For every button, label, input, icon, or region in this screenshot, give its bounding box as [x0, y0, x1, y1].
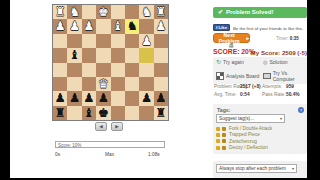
white-king-piece[interactable]: ♚ [98, 5, 109, 19]
solution-icon: ◎ [263, 60, 267, 65]
square-d2[interactable]: ♝ [111, 19, 125, 33]
tag-row: Decoy / Deflection [216, 145, 306, 150]
pass-rate-value: 50.4% [286, 92, 300, 97]
square-g2[interactable]: ♟ [67, 19, 81, 33]
letterbox-right [307, 0, 320, 180]
black-bishop-piece[interactable]: ♝ [84, 106, 95, 120]
square-b7[interactable]: ♟ [139, 91, 153, 105]
action-try-vs-computer[interactable]: Try Vs. Computer [263, 70, 310, 82]
black-pawn-piece[interactable]: ♟ [69, 91, 80, 105]
black-pawn-piece[interactable]: ♟ [141, 91, 152, 105]
square-c4[interactable] [125, 48, 139, 62]
help-icon[interactable]: ? [298, 107, 304, 113]
my-score-value: 2509 (-5) [282, 49, 307, 56]
score-label: SCORE: [213, 48, 239, 55]
square-h2[interactable]: ♟ [53, 19, 67, 33]
white-rook-piece[interactable]: ♜ [156, 5, 167, 19]
square-e8[interactable]: ♚ [96, 106, 110, 120]
thumb-up-icon[interactable] [216, 133, 220, 137]
thumb-down-icon[interactable] [222, 139, 226, 143]
attempts-value: 959 [286, 84, 294, 89]
timer-label: Timer: [276, 36, 289, 41]
thumb-up-icon[interactable] [216, 146, 220, 150]
slider-mid-label: Max [105, 152, 114, 157]
tag-label: Trapped Piece [229, 132, 260, 137]
action-label: Try again [223, 59, 244, 65]
banner-text: Problem Solved! [226, 9, 273, 15]
square-d4[interactable] [111, 48, 125, 62]
square-e2[interactable] [96, 19, 110, 33]
square-a3[interactable] [154, 34, 168, 48]
square-h3[interactable] [53, 34, 67, 48]
computer-icon [263, 73, 271, 80]
white-pawn-piece[interactable]: ♟ [69, 19, 80, 33]
square-g8[interactable] [67, 106, 81, 120]
my-score-label: My Score: [251, 49, 281, 56]
stop-mode-dropdown[interactable]: Always stop after each problem ▾ [216, 164, 297, 173]
check-icon: ✔ [218, 9, 223, 15]
square-c8[interactable] [125, 106, 139, 120]
action-label: Try Vs. Computer [273, 70, 310, 82]
my-score: My Score: 2509 (-5) [251, 49, 307, 56]
black-knight-piece[interactable]: ♞ [127, 19, 138, 33]
black-king-piece[interactable]: ♚ [98, 106, 109, 120]
letterbox-bottom [0, 178, 320, 180]
black-pawn-piece[interactable]: ♟ [55, 91, 66, 105]
square-f6[interactable] [82, 77, 96, 91]
square-d6[interactable] [111, 77, 125, 91]
square-d8[interactable] [111, 106, 125, 120]
chevron-down-icon: ▾ [292, 166, 294, 171]
white-pawn-piece[interactable]: ♟ [84, 19, 95, 33]
square-f7[interactable]: ♟ [82, 91, 96, 105]
thumb-down-icon[interactable] [222, 133, 226, 137]
square-e5[interactable] [96, 63, 110, 77]
square-d7[interactable] [111, 91, 125, 105]
black-pawn-piece[interactable]: ♟ [156, 91, 167, 105]
square-h6[interactable] [53, 77, 67, 91]
score-slider-label: Score: 10% [58, 143, 81, 148]
problem-score: SCORE: 20% [213, 48, 255, 55]
facebook-caption: Be the first of your friends to like thi… [233, 26, 303, 31]
black-pawn-piece[interactable]: ♟ [98, 91, 109, 105]
action-menu: ↻Try again◎SolutionAnalysis BoardTry Vs.… [213, 57, 307, 84]
square-d3[interactable] [111, 34, 125, 48]
square-c2[interactable]: ♞ [125, 19, 139, 33]
square-a1[interactable]: ♜ [154, 5, 168, 19]
square-b6[interactable] [139, 77, 153, 91]
analysis-board-icon [216, 72, 224, 80]
avg-time-label: Avg. Time: [214, 92, 237, 97]
tag-label: Fork / Double Attack [229, 126, 272, 131]
square-a7[interactable]: ♟ [154, 91, 168, 105]
facebook-like-button[interactable]: f Like [213, 24, 230, 31]
tag-row: Fork / Double Attack [216, 126, 306, 131]
white-pawn-piece[interactable]: ♟ [55, 19, 66, 33]
tag-row: Trapped Piece [216, 132, 306, 137]
slider-max-label: 1:08s [148, 152, 160, 157]
action-try-again[interactable]: ↻Try again [216, 59, 263, 65]
square-g6[interactable] [67, 77, 81, 91]
square-e3[interactable] [96, 34, 110, 48]
stop-mode-label: Always stop after each problem [219, 166, 286, 171]
black-rook-piece[interactable]: ♜ [55, 106, 66, 120]
white-knight-piece[interactable]: ♞ [141, 5, 152, 19]
square-a5[interactable] [154, 63, 168, 77]
suggest-tags-label: Suggest tag(s)... [219, 116, 254, 121]
white-pawn-piece[interactable]: ♟ [156, 19, 167, 33]
square-d1[interactable] [111, 5, 125, 19]
letterbox-left [0, 0, 10, 180]
problem-solved-banner: ✔Problem Solved! [213, 7, 307, 18]
square-b2[interactable] [139, 19, 153, 33]
square-f8[interactable]: ♝ [82, 106, 96, 120]
black-bishop-piece[interactable]: ♝ [69, 48, 80, 62]
square-g3[interactable] [67, 34, 81, 48]
square-e4[interactable] [96, 48, 110, 62]
square-f5[interactable] [82, 63, 96, 77]
problem-rating-value: 2517 (+8) [240, 84, 261, 89]
black-rook-piece[interactable]: ♜ [156, 106, 167, 120]
square-e7[interactable]: ♟ [96, 91, 110, 105]
retry-icon: ↻ [216, 59, 221, 65]
square-g5[interactable] [67, 63, 81, 77]
square-f3[interactable] [82, 34, 96, 48]
white-pawn-piece[interactable]: ♟ [141, 34, 152, 48]
square-c1[interactable] [125, 5, 139, 19]
action-analysis-board[interactable]: Analysis Board [216, 70, 263, 82]
prev-move-button[interactable]: ◀ [95, 122, 107, 131]
square-c6[interactable] [125, 77, 139, 91]
square-c5[interactable] [125, 63, 139, 77]
square-a6[interactable] [154, 77, 168, 91]
white-queen-piece[interactable]: ♛ [98, 77, 109, 91]
square-f4[interactable] [82, 48, 96, 62]
tag-list: Fork / Double AttackTrapped PieceZwische… [216, 126, 306, 152]
square-f2[interactable]: ♟ [82, 19, 96, 33]
square-c7[interactable] [125, 91, 139, 105]
timer: Timer: 0:35 [276, 36, 299, 41]
tags-title: Tags: [217, 107, 230, 113]
tag-label: Zwischenzug [229, 139, 257, 144]
square-h1[interactable]: ♜ [53, 5, 67, 19]
score-slider[interactable]: Score: 10% [55, 141, 165, 148]
square-a2[interactable]: ♟ [154, 19, 168, 33]
square-a8[interactable]: ♜ [154, 106, 168, 120]
square-b3[interactable]: ♟ [139, 34, 153, 48]
tag-row: Zwischenzug [216, 139, 306, 144]
screenshot: ♜♞♚♞♜♟♟♟♝♞♟♟♝♛♟♟♟♟♟♟♜♝♚♜ ◀ ▶ Score: 10% … [0, 0, 320, 180]
white-bishop-piece[interactable]: ♝ [112, 19, 123, 33]
chess-board: ♜♞♚♞♜♟♟♟♝♞♟♟♝♛♟♟♟♟♟♟♜♝♚♜ [53, 5, 168, 120]
arrow-right-icon: ▸ [246, 35, 249, 41]
square-h5[interactable] [53, 63, 67, 77]
action-label: Solution [269, 59, 287, 65]
square-e1[interactable]: ♚ [96, 5, 110, 19]
thumb-up-icon[interactable] [216, 139, 220, 143]
black-pawn-piece[interactable]: ♟ [84, 91, 95, 105]
square-e6[interactable]: ♛ [96, 77, 110, 91]
square-h4[interactable] [53, 48, 67, 62]
thumb-down-icon[interactable] [222, 146, 226, 150]
square-d5[interactable] [111, 63, 125, 77]
square-b8[interactable] [139, 106, 153, 120]
slider-min-label: 0s [55, 152, 60, 157]
square-b1[interactable]: ♞ [139, 5, 153, 19]
white-knight-piece[interactable]: ♞ [69, 5, 80, 19]
square-g7[interactable]: ♟ [67, 91, 81, 105]
square-g1[interactable]: ♞ [67, 5, 81, 19]
next-move-button[interactable]: ▶ [111, 122, 123, 131]
thumb-down-icon[interactable] [222, 127, 226, 131]
square-b5[interactable] [139, 63, 153, 77]
chevron-down-icon: ▾ [280, 116, 282, 121]
square-b4[interactable] [139, 48, 153, 62]
action-label: Analysis Board [226, 73, 259, 79]
square-c3[interactable] [125, 34, 139, 48]
pass-rate-label: Pass Rate: [262, 92, 285, 97]
white-rook-piece[interactable]: ♜ [55, 5, 66, 19]
square-h7[interactable]: ♟ [53, 91, 67, 105]
square-a4[interactable] [154, 48, 168, 62]
square-g4[interactable]: ♝ [67, 48, 81, 62]
attempts-label: Attempts: [262, 84, 282, 89]
avg-time-value: 0:54 [240, 92, 250, 97]
square-f1[interactable] [82, 5, 96, 19]
suggest-tags-dropdown[interactable]: Suggest tag(s)... ▾ [216, 114, 285, 123]
thumb-up-icon[interactable] [216, 127, 220, 131]
tag-label: Decoy / Deflection [229, 145, 268, 150]
square-h8[interactable]: ♜ [53, 106, 67, 120]
timer-value: 0:35 [290, 36, 299, 41]
action-solution[interactable]: ◎Solution [263, 59, 310, 65]
